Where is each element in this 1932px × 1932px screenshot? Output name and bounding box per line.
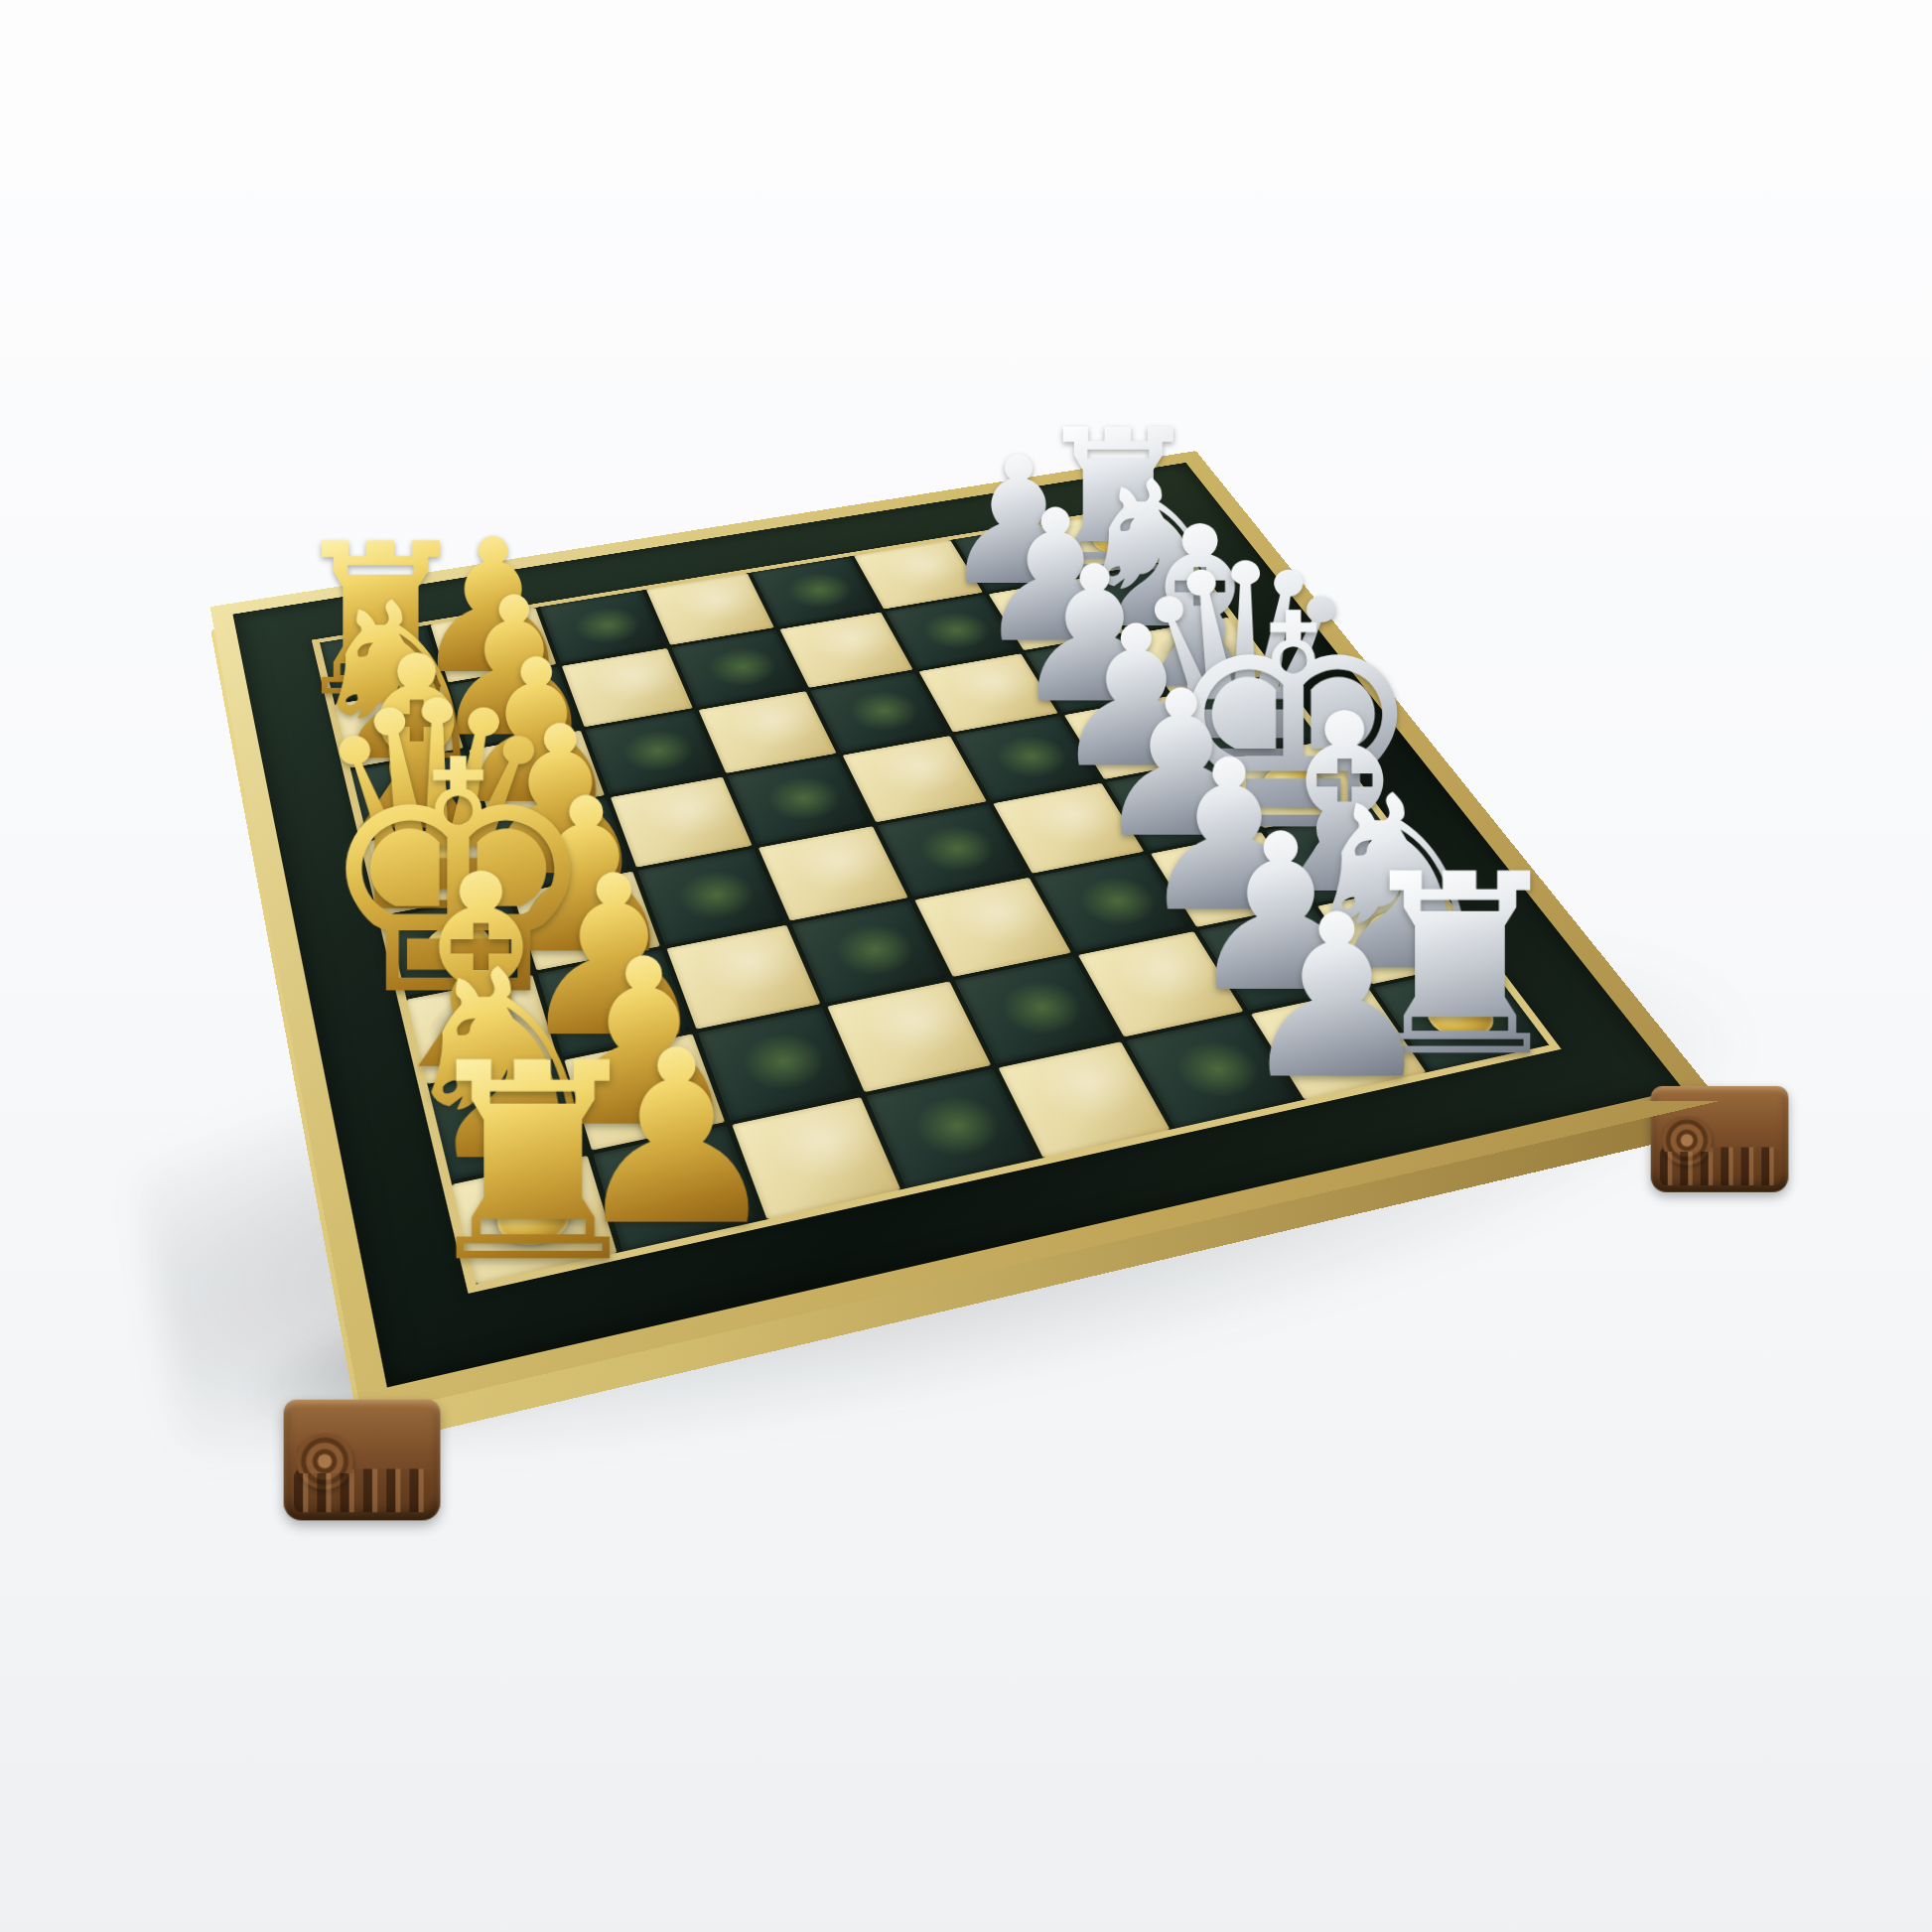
- ionic-capital-foot-icon: [284, 1400, 441, 1521]
- product-photo-stage: ♜♟♞♟♟♝♜♟♟♛♞♟♟♚♝♟♟♝♛♟♟♞♚♟♟♜♝♟♟♞♟♜: [0, 0, 1932, 1932]
